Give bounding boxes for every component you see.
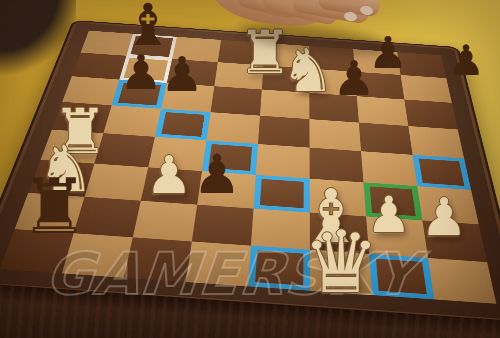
chess-tutorial-screenshot: GAMERSKY ♝♟♜♟♞♟♟♟♜♞♟♟♜♟♟♝♛	[0, 0, 500, 338]
white-knight-e7[interactable]: ♞	[281, 40, 335, 100]
black-pawn-c6[interactable]: ♟	[160, 50, 203, 98]
white-pawn-h2[interactable]: ♟	[421, 191, 468, 243]
white-pawn-c3[interactable]: ♟	[146, 149, 193, 201]
white-queen-f1[interactable]: ♛	[302, 219, 379, 305]
black-rook-b1[interactable]: ♜	[20, 169, 88, 245]
black-pawn-b6[interactable]: ♟	[119, 48, 162, 96]
black-pawn-f7[interactable]: ♟	[332, 54, 375, 102]
black-pawn-d3[interactable]: ♟	[193, 148, 241, 202]
black-pawn-h7[interactable]: ♟	[447, 40, 485, 82]
pieces-layer: ♝♟♜♟♞♟♟♟♜♞♟♟♜♟♟♝♛	[0, 0, 500, 338]
